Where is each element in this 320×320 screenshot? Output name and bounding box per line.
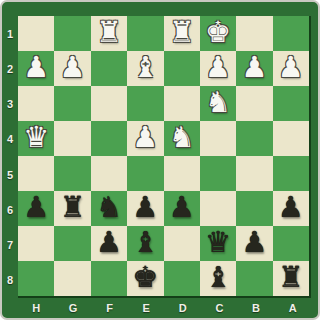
rank-label-1: 1 — [2, 16, 18, 51]
white-pawn[interactable]: ♟ — [278, 53, 304, 82]
white-pawn[interactable]: ♟ — [60, 53, 86, 82]
file-label-a: A — [274, 298, 311, 318]
square-e8[interactable]: ♚ — [127, 261, 163, 296]
square-d8[interactable] — [164, 261, 200, 296]
square-f2[interactable] — [91, 51, 127, 86]
black-pawn[interactable]: ♟ — [23, 193, 49, 222]
black-bishop[interactable]: ♝ — [205, 263, 231, 292]
rank-label-2: 2 — [2, 51, 18, 86]
black-queen[interactable]: ♛ — [205, 228, 231, 257]
square-b3[interactable] — [236, 86, 272, 121]
square-f7[interactable]: ♟ — [91, 226, 127, 261]
white-pawn[interactable]: ♟ — [205, 53, 231, 82]
file-label-f: F — [91, 298, 128, 318]
white-knight[interactable]: ♞ — [205, 88, 231, 117]
square-b8[interactable] — [236, 261, 272, 296]
square-h2[interactable]: ♟ — [18, 51, 54, 86]
square-e5[interactable] — [127, 156, 163, 191]
square-a5[interactable] — [273, 156, 309, 191]
rank-label-5: 5 — [2, 157, 18, 192]
square-g2[interactable]: ♟ — [54, 51, 90, 86]
white-king[interactable]: ♚ — [205, 18, 231, 47]
square-a1[interactable] — [273, 16, 309, 51]
white-pawn[interactable]: ♟ — [23, 53, 49, 82]
square-g3[interactable] — [54, 86, 90, 121]
square-c6[interactable] — [200, 191, 236, 226]
square-f6[interactable]: ♞ — [91, 191, 127, 226]
square-h5[interactable] — [18, 156, 54, 191]
square-c3[interactable]: ♞ — [200, 86, 236, 121]
square-a7[interactable] — [273, 226, 309, 261]
square-d2[interactable] — [164, 51, 200, 86]
square-h1[interactable] — [18, 16, 54, 51]
white-queen[interactable]: ♛ — [23, 123, 49, 152]
white-knight[interactable]: ♞ — [169, 123, 195, 152]
square-b6[interactable] — [236, 191, 272, 226]
file-label-c: C — [201, 298, 238, 318]
square-d4[interactable]: ♞ — [164, 121, 200, 156]
board: ♜♜♚♟♟♝♟♟♟♞♛♟♞♟♜♞♟♟♟♟♝♛♟♚♝♜ — [18, 16, 311, 298]
white-pawn[interactable]: ♟ — [241, 53, 267, 82]
black-pawn[interactable]: ♟ — [169, 193, 195, 222]
square-f3[interactable] — [91, 86, 127, 121]
square-e6[interactable]: ♟ — [127, 191, 163, 226]
square-f1[interactable]: ♜ — [91, 16, 127, 51]
square-d7[interactable] — [164, 226, 200, 261]
square-g4[interactable] — [54, 121, 90, 156]
black-pawn[interactable]: ♟ — [278, 193, 304, 222]
file-label-g: G — [55, 298, 92, 318]
black-knight[interactable]: ♞ — [96, 193, 122, 222]
black-pawn[interactable]: ♟ — [241, 228, 267, 257]
square-e1[interactable] — [127, 16, 163, 51]
square-a2[interactable]: ♟ — [273, 51, 309, 86]
square-h6[interactable]: ♟ — [18, 191, 54, 226]
black-rook[interactable]: ♜ — [278, 263, 304, 292]
square-a6[interactable]: ♟ — [273, 191, 309, 226]
square-c1[interactable]: ♚ — [200, 16, 236, 51]
square-g5[interactable] — [54, 156, 90, 191]
square-g7[interactable] — [54, 226, 90, 261]
file-label-e: E — [128, 298, 165, 318]
rank-labels: 12345678 — [2, 16, 18, 298]
rank-label-8: 8 — [2, 263, 18, 298]
square-c7[interactable]: ♛ — [200, 226, 236, 261]
square-g1[interactable] — [54, 16, 90, 51]
square-b4[interactable] — [236, 121, 272, 156]
white-pawn[interactable]: ♟ — [132, 123, 158, 152]
white-rook[interactable]: ♜ — [169, 18, 195, 47]
square-d1[interactable]: ♜ — [164, 16, 200, 51]
square-c2[interactable]: ♟ — [200, 51, 236, 86]
square-g8[interactable] — [54, 261, 90, 296]
square-d5[interactable] — [164, 156, 200, 191]
black-pawn[interactable]: ♟ — [132, 193, 158, 222]
square-a3[interactable] — [273, 86, 309, 121]
file-label-h: H — [18, 298, 55, 318]
file-label-d: D — [165, 298, 202, 318]
square-e7[interactable]: ♝ — [127, 226, 163, 261]
square-b5[interactable] — [236, 156, 272, 191]
square-b2[interactable]: ♟ — [236, 51, 272, 86]
black-rook[interactable]: ♜ — [60, 193, 86, 222]
square-f8[interactable] — [91, 261, 127, 296]
square-b7[interactable]: ♟ — [236, 226, 272, 261]
file-labels: HGFEDCBA — [18, 298, 311, 318]
square-e3[interactable] — [127, 86, 163, 121]
rank-label-4: 4 — [2, 122, 18, 157]
file-label-b: B — [238, 298, 275, 318]
square-e4[interactable]: ♟ — [127, 121, 163, 156]
rank-label-6: 6 — [2, 192, 18, 227]
square-b1[interactable] — [236, 16, 272, 51]
square-d3[interactable] — [164, 86, 200, 121]
square-h8[interactable] — [18, 261, 54, 296]
square-a8[interactable]: ♜ — [273, 261, 309, 296]
chess-diagram: 12345678 ♜♜♚♟♟♝♟♟♟♞♛♟♞♟♜♞♟♟♟♟♝♛♟♚♝♜ HGFE… — [0, 0, 320, 320]
black-bishop[interactable]: ♝ — [132, 228, 158, 257]
square-h3[interactable] — [18, 86, 54, 121]
square-c5[interactable] — [200, 156, 236, 191]
white-rook[interactable]: ♜ — [96, 18, 122, 47]
black-pawn[interactable]: ♟ — [96, 228, 122, 257]
rank-label-7: 7 — [2, 228, 18, 263]
square-g6[interactable]: ♜ — [54, 191, 90, 226]
white-bishop[interactable]: ♝ — [132, 53, 158, 82]
square-e2[interactable]: ♝ — [127, 51, 163, 86]
square-f4[interactable] — [91, 121, 127, 156]
square-c8[interactable]: ♝ — [200, 261, 236, 296]
black-king[interactable]: ♚ — [132, 263, 158, 292]
square-a4[interactable] — [273, 121, 309, 156]
square-d6[interactable]: ♟ — [164, 191, 200, 226]
square-c4[interactable] — [200, 121, 236, 156]
rank-label-3: 3 — [2, 87, 18, 122]
square-h4[interactable]: ♛ — [18, 121, 54, 156]
square-h7[interactable] — [18, 226, 54, 261]
square-f5[interactable] — [91, 156, 127, 191]
